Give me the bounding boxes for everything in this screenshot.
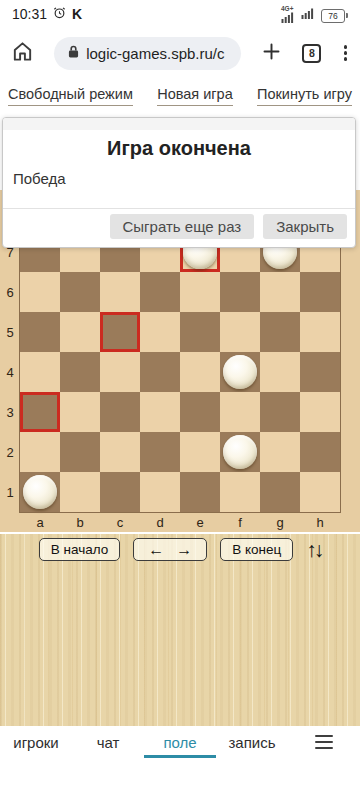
bottom-tab-bar: игрокичатполезапись <box>0 726 360 758</box>
file-label-g: g <box>260 512 300 532</box>
dialog-result-text: Победа <box>13 170 355 208</box>
square-g5[interactable] <box>260 312 300 352</box>
dialog-titlebar <box>3 118 355 130</box>
tab-players[interactable]: игроки <box>0 726 72 758</box>
square-g4[interactable] <box>260 352 300 392</box>
white-piece-f4[interactable] <box>223 355 257 389</box>
square-d2[interactable] <box>140 432 180 472</box>
square-d3[interactable] <box>140 392 180 432</box>
menu-item-new-game[interactable]: Новая игра <box>157 86 233 106</box>
square-a5[interactable] <box>20 312 60 352</box>
lock-icon <box>68 44 79 62</box>
square-g1[interactable] <box>260 472 300 512</box>
battery-percent: 76 <box>321 9 345 23</box>
wood-panel: В начало ← → В конец ↑↓ <box>0 534 360 726</box>
rank-label-5: 5 <box>0 312 20 352</box>
prev-move-arrow[interactable]: ← <box>148 541 164 559</box>
square-h3[interactable] <box>300 392 340 432</box>
square-e6[interactable] <box>180 272 220 312</box>
square-c1[interactable] <box>100 472 140 512</box>
signal-4g-icon: 4G+ <box>281 6 295 24</box>
url-bar[interactable]: logic-games.spb.ru/c <box>54 37 241 70</box>
notification-letter: K <box>72 6 82 22</box>
square-c2[interactable] <box>100 432 140 472</box>
file-label-a: a <box>20 512 60 532</box>
rank-label-2: 2 <box>0 432 20 472</box>
phone-screen: 10:31 K 4G+ 76 <box>0 0 360 800</box>
square-d5[interactable] <box>140 312 180 352</box>
square-d1[interactable] <box>140 472 180 512</box>
square-c6[interactable] <box>100 272 140 312</box>
play-again-button[interactable]: Сыграть еще раз <box>110 214 255 239</box>
square-f2[interactable] <box>220 432 260 472</box>
battery-icon: 76 <box>321 9 348 23</box>
square-c4[interactable] <box>100 352 140 392</box>
square-a3[interactable] <box>20 392 60 432</box>
tab-chat[interactable]: чат <box>72 726 144 758</box>
signal-icon <box>301 5 315 23</box>
to-end-button[interactable]: В конец <box>220 538 293 561</box>
dialog-footer: Сыграть еще раз Закрыть <box>3 208 355 247</box>
rank-label-3: 3 <box>0 392 20 432</box>
square-b1[interactable] <box>60 472 100 512</box>
file-label-c: c <box>100 512 140 532</box>
square-f3[interactable] <box>220 392 260 432</box>
to-start-button[interactable]: В начало <box>39 538 121 561</box>
square-d6[interactable] <box>140 272 180 312</box>
move-controls: В начало ← → В конец ↑↓ <box>0 538 360 561</box>
square-g6[interactable] <box>260 272 300 312</box>
square-c3[interactable] <box>100 392 140 432</box>
game-over-dialog: Игра окончена Победа Сыграть еще раз Зак… <box>2 117 356 248</box>
menu-bar: Свободный режимНовая играПокинуть игру <box>0 78 360 114</box>
step-button[interactable]: ← → <box>133 538 207 561</box>
square-h5[interactable] <box>300 312 340 352</box>
square-b2[interactable] <box>60 432 100 472</box>
file-label-e: e <box>180 512 220 532</box>
square-a1[interactable] <box>20 472 60 512</box>
square-b3[interactable] <box>60 392 100 432</box>
square-h6[interactable] <box>300 272 340 312</box>
square-e3[interactable] <box>180 392 220 432</box>
rank-label-1: 1 <box>0 472 20 512</box>
square-a4[interactable] <box>20 352 60 392</box>
square-h1[interactable] <box>300 472 340 512</box>
menu-item-free-mode[interactable]: Свободный режим <box>8 86 133 106</box>
square-a2[interactable] <box>20 432 60 472</box>
square-b6[interactable] <box>60 272 100 312</box>
white-piece-a1[interactable] <box>23 475 57 509</box>
file-label-f: f <box>220 512 260 532</box>
rank-label-6: 6 <box>0 272 20 312</box>
status-bar: 10:31 K 4G+ 76 <box>0 0 360 28</box>
tab-board[interactable]: поле <box>144 726 216 758</box>
file-label-b: b <box>60 512 100 532</box>
square-c5[interactable] <box>100 312 140 352</box>
square-f5[interactable] <box>220 312 260 352</box>
tab-record[interactable]: запись <box>216 726 288 758</box>
square-e2[interactable] <box>180 432 220 472</box>
dialog-title: Игра окончена <box>3 137 355 160</box>
square-e4[interactable] <box>180 352 220 392</box>
browser-menu-icon[interactable] <box>342 43 350 63</box>
url-text: logic-games.spb.ru/c <box>86 45 224 62</box>
tab-switcher-icon[interactable]: 8 <box>302 44 321 63</box>
square-f1[interactable] <box>220 472 260 512</box>
square-d4[interactable] <box>140 352 180 392</box>
next-move-arrow[interactable]: → <box>176 541 192 559</box>
square-b5[interactable] <box>60 312 100 352</box>
square-f4[interactable] <box>220 352 260 392</box>
alarm-icon <box>53 6 66 22</box>
square-e1[interactable] <box>180 472 220 512</box>
browser-toolbar: logic-games.spb.ru/c 8 <box>0 28 360 78</box>
square-g2[interactable] <box>260 432 300 472</box>
menu-item-leave-game[interactable]: Покинуть игру <box>257 86 352 106</box>
hamburger-menu-icon[interactable] <box>315 735 333 749</box>
rank-label-4: 4 <box>0 352 20 392</box>
square-f6[interactable] <box>220 272 260 312</box>
white-piece-f2[interactable] <box>223 435 257 469</box>
square-h2[interactable] <box>300 432 340 472</box>
square-e5[interactable] <box>180 312 220 352</box>
home-icon[interactable] <box>11 40 34 67</box>
close-dialog-button[interactable]: Закрыть <box>263 214 347 239</box>
clock-time: 10:31 <box>12 6 47 22</box>
android-nav-bar <box>0 758 360 800</box>
square-a6[interactable] <box>20 272 60 312</box>
new-tab-icon[interactable] <box>261 41 282 66</box>
square-h4[interactable] <box>300 352 340 392</box>
square-b4[interactable] <box>60 352 100 392</box>
square-g3[interactable] <box>260 392 300 432</box>
sort-moves-icon[interactable]: ↑↓ <box>306 539 321 560</box>
file-label-h: h <box>300 512 340 532</box>
file-label-d: d <box>140 512 180 532</box>
